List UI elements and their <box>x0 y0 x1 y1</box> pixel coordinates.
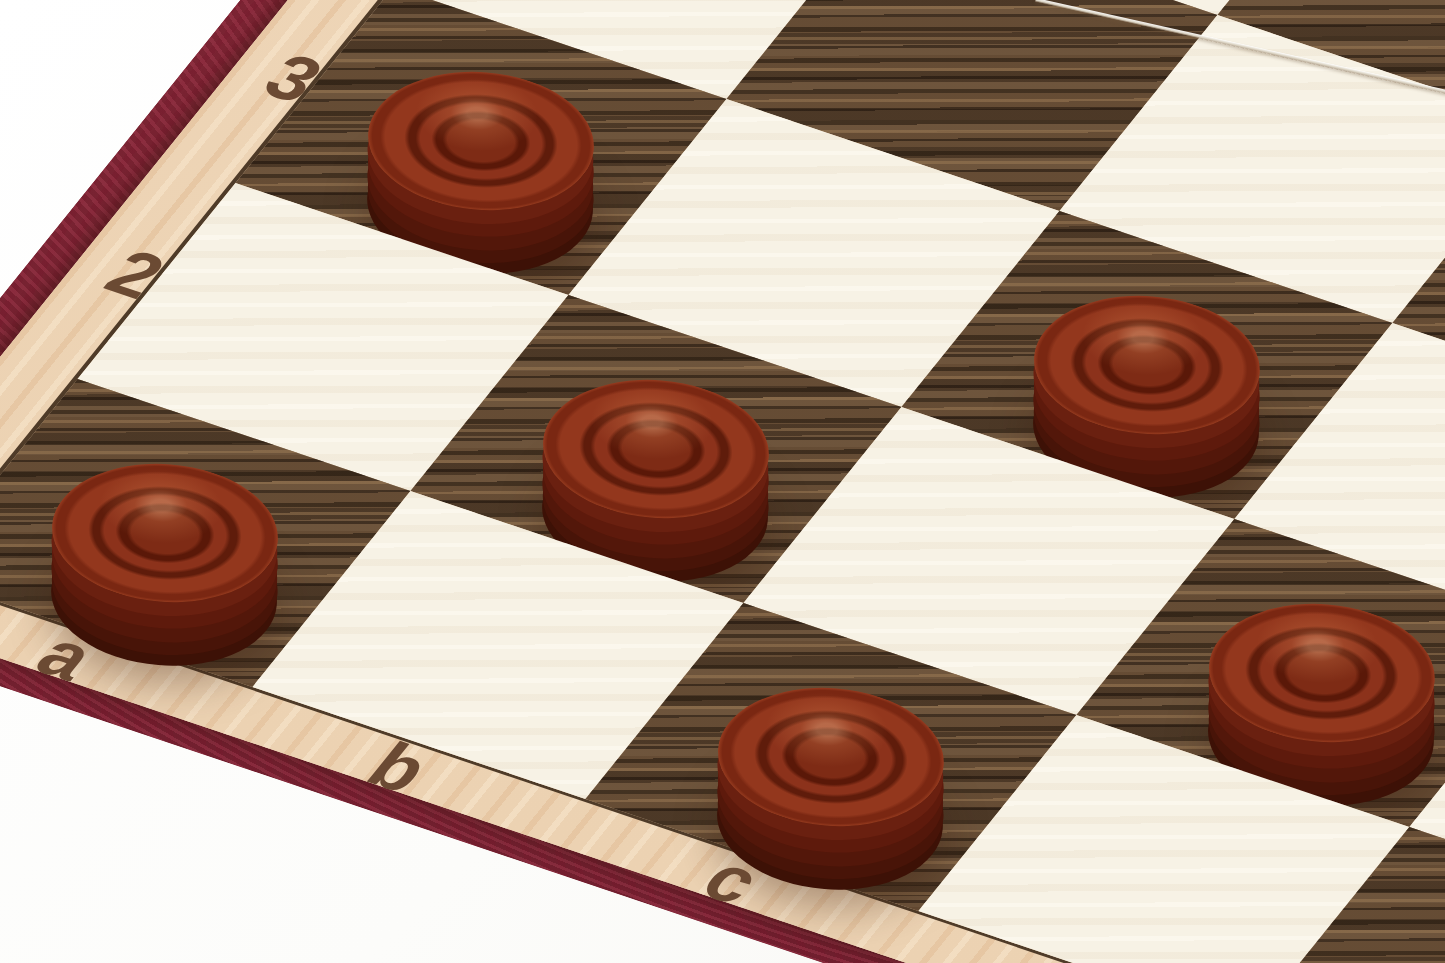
checker-b2[interactable] <box>506 355 807 544</box>
board-frame: 1 2 3 a b c <box>0 0 1445 963</box>
board-photo-scene: 1 2 3 a b c <box>0 0 1445 963</box>
checker-a1[interactable] <box>15 439 316 628</box>
checkers-board: 1 2 3 a b c <box>0 0 1445 963</box>
checker-c1[interactable] <box>681 663 982 852</box>
checker-a3[interactable] <box>331 47 632 236</box>
checker-c3[interactable] <box>997 271 1298 460</box>
checker-d2[interactable] <box>1172 579 1445 768</box>
board-grid <box>0 0 1445 963</box>
